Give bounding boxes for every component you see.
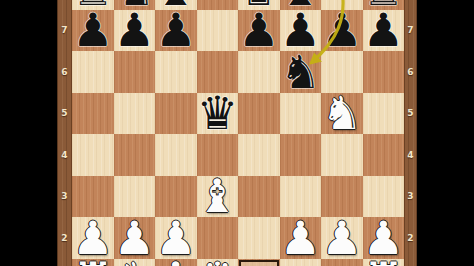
white-bishop[interactable]: ♝ — [197, 173, 238, 219]
square-frame-annotation — [239, 260, 279, 266]
square-f4[interactable] — [280, 134, 322, 176]
white-rook[interactable]: ♜ — [363, 256, 404, 266]
white-rook[interactable]: ♜ — [72, 256, 113, 266]
rank-label-left-4: 4 — [57, 149, 72, 161]
black-pawn[interactable]: ♟ — [363, 7, 404, 53]
rank-label-right-3: 3 — [404, 190, 417, 202]
square-b4[interactable] — [114, 134, 156, 176]
square-a1[interactable]: ♜ — [72, 259, 114, 266]
white-queen[interactable]: ♛ — [197, 256, 238, 266]
square-c6[interactable] — [155, 51, 197, 93]
black-pawn[interactable]: ♟ — [238, 7, 279, 53]
square-h6[interactable] — [363, 51, 405, 93]
black-pawn[interactable]: ♟ — [321, 7, 362, 53]
square-c7[interactable]: ♟ — [155, 10, 197, 52]
square-d7[interactable] — [197, 10, 239, 52]
square-a7[interactable]: ♟ — [72, 10, 114, 52]
white-pawn[interactable]: ♟ — [280, 215, 321, 261]
rank-label-right-2: 2 — [404, 232, 417, 244]
square-d5[interactable]: ♛ — [197, 93, 239, 135]
rank-label-left-2: 2 — [57, 232, 72, 244]
rank-label-left-6: 6 — [57, 66, 72, 78]
square-a6[interactable] — [72, 51, 114, 93]
square-e3[interactable] — [238, 176, 280, 218]
rank-label-right-5: 5 — [404, 107, 417, 119]
rank-label-right-6: 6 — [404, 66, 417, 78]
black-queen[interactable]: ♛ — [197, 90, 238, 136]
chess-board: ♜♞♝♚♝♜♟♟♟♟♟♟♟♞♛♞♝♟♟♟♟♟♟♜♞♝♛♚♜ — [72, 0, 404, 266]
white-pawn[interactable]: ♟ — [321, 215, 362, 261]
square-h7[interactable]: ♟ — [363, 10, 405, 52]
rank-label-left-7: 7 — [57, 24, 72, 36]
square-a4[interactable] — [72, 134, 114, 176]
rank-label-left-3: 3 — [57, 190, 72, 202]
square-g2[interactable]: ♟ — [321, 217, 363, 259]
square-f2[interactable]: ♟ — [280, 217, 322, 259]
square-g4[interactable] — [321, 134, 363, 176]
square-c4[interactable] — [155, 134, 197, 176]
square-b7[interactable]: ♟ — [114, 10, 156, 52]
square-h4[interactable] — [363, 134, 405, 176]
black-pawn[interactable]: ♟ — [114, 7, 155, 53]
letterbox-right — [417, 0, 474, 266]
black-pawn[interactable]: ♟ — [155, 7, 196, 53]
square-g7[interactable]: ♟ — [321, 10, 363, 52]
rank-label-left-5: 5 — [57, 107, 72, 119]
square-c5[interactable] — [155, 93, 197, 135]
square-b5[interactable] — [114, 93, 156, 135]
black-pawn[interactable]: ♟ — [72, 7, 113, 53]
letterbox-left — [0, 0, 57, 266]
white-knight[interactable]: ♞ — [114, 256, 155, 266]
square-h1[interactable]: ♜ — [363, 259, 405, 266]
square-b1[interactable]: ♞ — [114, 259, 156, 266]
white-bishop[interactable]: ♝ — [155, 256, 196, 266]
rank-label-right-7: 7 — [404, 24, 417, 36]
square-e2[interactable] — [238, 217, 280, 259]
square-a5[interactable] — [72, 93, 114, 135]
square-e5[interactable] — [238, 93, 280, 135]
black-knight[interactable]: ♞ — [280, 49, 321, 95]
square-g5[interactable]: ♞ — [321, 93, 363, 135]
white-knight[interactable]: ♞ — [321, 90, 362, 136]
square-d1[interactable]: ♛ — [197, 259, 239, 266]
square-e6[interactable] — [238, 51, 280, 93]
square-e7[interactable]: ♟ — [238, 10, 280, 52]
square-e4[interactable] — [238, 134, 280, 176]
square-b6[interactable] — [114, 51, 156, 93]
square-f6[interactable]: ♞ — [280, 51, 322, 93]
square-d3[interactable]: ♝ — [197, 176, 239, 218]
rank-label-right-4: 4 — [404, 149, 417, 161]
square-h5[interactable] — [363, 93, 405, 135]
video-frame: ♜♞♝♚♝♜♟♟♟♟♟♟♟♞♛♞♝♟♟♟♟♟♟♜♞♝♛♚♜ 7654327654… — [0, 0, 474, 266]
square-c1[interactable]: ♝ — [155, 259, 197, 266]
square-e1[interactable]: ♚ — [238, 259, 280, 266]
square-d8[interactable] — [197, 0, 239, 10]
